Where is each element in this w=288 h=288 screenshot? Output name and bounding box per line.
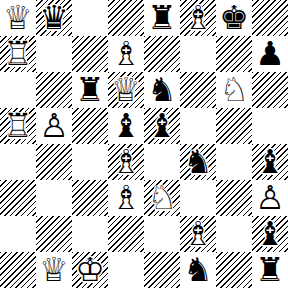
square-d7[interactable]: ♝♗ (108, 36, 144, 72)
square-b6[interactable] (36, 72, 72, 108)
black-knight-icon: ♞ (180, 252, 216, 288)
black-pawn-icon: ♟ (252, 36, 288, 72)
square-d3[interactable]: ♝♗ (108, 180, 144, 216)
square-a7[interactable]: ♜♖ (0, 36, 36, 72)
square-f1[interactable]: ♞♞ (180, 252, 216, 288)
white-queen-icon-halo: ♛ (108, 72, 144, 108)
square-h2[interactable]: ♝♝ (252, 216, 288, 252)
square-g5[interactable] (216, 108, 252, 144)
square-f8[interactable]: ♝♗ (180, 0, 216, 36)
square-c3[interactable] (72, 180, 108, 216)
square-g1[interactable] (216, 252, 252, 288)
square-a5[interactable]: ♜♖ (0, 108, 36, 144)
black-knight-icon-halo: ♞ (180, 144, 216, 180)
square-h7[interactable]: ♟♟ (252, 36, 288, 72)
square-h5[interactable] (252, 108, 288, 144)
white-queen-icon: ♕ (108, 72, 144, 108)
square-a4[interactable] (0, 144, 36, 180)
square-h3[interactable]: ♟♙ (252, 180, 288, 216)
square-b1[interactable]: ♛♕ (36, 252, 72, 288)
black-bishop-icon: ♝ (252, 144, 288, 180)
square-d1[interactable] (108, 252, 144, 288)
black-bishop-icon: ♝ (252, 216, 288, 252)
square-e5[interactable]: ♝♝ (144, 108, 180, 144)
white-pawn-icon-halo: ♟ (36, 108, 72, 144)
white-queen-icon-halo: ♛ (0, 0, 36, 36)
square-a8[interactable]: ♛♕ (0, 0, 36, 36)
square-c6[interactable]: ♜♜ (72, 72, 108, 108)
black-rook-icon: ♜ (252, 252, 288, 288)
square-g2[interactable] (216, 216, 252, 252)
square-a3[interactable] (0, 180, 36, 216)
black-bishop-icon-halo: ♝ (252, 144, 288, 180)
white-king-icon-halo: ♚ (72, 252, 108, 288)
square-f2[interactable]: ♝♗ (180, 216, 216, 252)
white-bishop-icon-halo: ♝ (180, 216, 216, 252)
black-king-icon: ♚ (216, 0, 252, 36)
square-c7[interactable] (72, 36, 108, 72)
black-queen-icon: ♛ (36, 0, 72, 36)
square-g3[interactable] (216, 180, 252, 216)
square-g4[interactable] (216, 144, 252, 180)
square-e4[interactable] (144, 144, 180, 180)
square-c2[interactable] (72, 216, 108, 252)
square-h4[interactable]: ♝♝ (252, 144, 288, 180)
black-bishop-icon-halo: ♝ (144, 108, 180, 144)
square-b4[interactable] (36, 144, 72, 180)
white-queen-icon: ♕ (36, 252, 72, 288)
white-pawn-icon: ♙ (36, 108, 72, 144)
square-f4[interactable]: ♞♞ (180, 144, 216, 180)
white-knight-icon: ♘ (216, 72, 252, 108)
square-h6[interactable] (252, 72, 288, 108)
square-h1[interactable]: ♜♜ (252, 252, 288, 288)
white-rook-icon: ♖ (0, 108, 36, 144)
square-g8[interactable]: ♚♚ (216, 0, 252, 36)
square-e7[interactable] (144, 36, 180, 72)
square-b2[interactable] (36, 216, 72, 252)
square-c4[interactable] (72, 144, 108, 180)
square-d4[interactable]: ♝♗ (108, 144, 144, 180)
square-b3[interactable] (36, 180, 72, 216)
square-c5[interactable] (72, 108, 108, 144)
square-h8[interactable] (252, 0, 288, 36)
square-d2[interactable] (108, 216, 144, 252)
square-e1[interactable] (144, 252, 180, 288)
black-pawn-icon-halo: ♟ (252, 36, 288, 72)
black-queen-icon-halo: ♛ (36, 0, 72, 36)
white-knight-icon-halo: ♞ (144, 180, 180, 216)
square-a6[interactable] (0, 72, 36, 108)
white-queen-icon: ♕ (0, 0, 36, 36)
white-bishop-icon-halo: ♝ (180, 0, 216, 36)
white-pawn-icon: ♙ (252, 180, 288, 216)
black-rook-icon-halo: ♜ (72, 72, 108, 108)
white-rook-icon: ♖ (0, 36, 36, 72)
square-f5[interactable] (180, 108, 216, 144)
square-e8[interactable]: ♜♜ (144, 0, 180, 36)
black-knight-icon: ♞ (144, 72, 180, 108)
white-knight-icon: ♘ (144, 180, 180, 216)
black-knight-icon-halo: ♞ (144, 72, 180, 108)
square-b7[interactable] (36, 36, 72, 72)
square-g7[interactable] (216, 36, 252, 72)
black-knight-icon-halo: ♞ (180, 252, 216, 288)
black-king-icon-halo: ♚ (216, 0, 252, 36)
black-bishop-icon: ♝ (144, 108, 180, 144)
square-b5[interactable]: ♟♙ (36, 108, 72, 144)
white-bishop-icon-halo: ♝ (108, 180, 144, 216)
white-bishop-icon: ♗ (108, 144, 144, 180)
square-a1[interactable] (0, 252, 36, 288)
white-king-icon: ♔ (72, 252, 108, 288)
square-d8[interactable] (108, 0, 144, 36)
white-rook-icon-halo: ♜ (0, 36, 36, 72)
square-e6[interactable]: ♞♞ (144, 72, 180, 108)
black-bishop-icon: ♝ (108, 108, 144, 144)
white-bishop-icon-halo: ♝ (108, 144, 144, 180)
square-c1[interactable]: ♚♔ (72, 252, 108, 288)
square-f3[interactable] (180, 180, 216, 216)
square-e3[interactable]: ♞♘ (144, 180, 180, 216)
white-rook-icon-halo: ♜ (0, 108, 36, 144)
square-c8[interactable] (72, 0, 108, 36)
white-pawn-icon-halo: ♟ (252, 180, 288, 216)
white-knight-icon-halo: ♞ (216, 72, 252, 108)
square-g6[interactable]: ♞♘ (216, 72, 252, 108)
white-bishop-icon: ♗ (108, 36, 144, 72)
white-bishop-icon: ♗ (108, 180, 144, 216)
white-queen-icon-halo: ♛ (36, 252, 72, 288)
white-bishop-icon-halo: ♝ (108, 36, 144, 72)
black-bishop-icon-halo: ♝ (252, 216, 288, 252)
square-d6[interactable]: ♛♕ (108, 72, 144, 108)
square-a2[interactable] (0, 216, 36, 252)
black-rook-icon: ♜ (144, 0, 180, 36)
black-bishop-icon-halo: ♝ (108, 108, 144, 144)
white-bishop-icon: ♗ (180, 0, 216, 36)
black-knight-icon: ♞ (180, 144, 216, 180)
square-f6[interactable] (180, 72, 216, 108)
black-rook-icon-halo: ♜ (144, 0, 180, 36)
square-d5[interactable]: ♝♝ (108, 108, 144, 144)
black-rook-icon: ♜ (72, 72, 108, 108)
square-e2[interactable] (144, 216, 180, 252)
square-f7[interactable] (180, 36, 216, 72)
square-b8[interactable]: ♛♛ (36, 0, 72, 36)
black-rook-icon-halo: ♜ (252, 252, 288, 288)
white-bishop-icon: ♗ (180, 216, 216, 252)
chess-board: ♛♕♛♛♜♜♝♗♚♚♜♖♝♗♟♟♜♜♛♕♞♞♞♘♜♖♟♙♝♝♝♝♝♗♞♞♝♝♝♗… (0, 0, 288, 288)
